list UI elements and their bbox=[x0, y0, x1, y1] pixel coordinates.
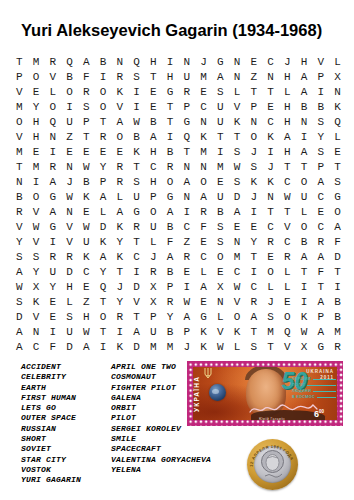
grid-letter: I bbox=[128, 99, 145, 114]
grid-letter: W bbox=[28, 220, 45, 235]
grid-letter: R bbox=[78, 84, 95, 99]
grid-letter: N bbox=[262, 189, 279, 204]
grid-letter: C bbox=[229, 265, 246, 280]
grid-letter: E bbox=[45, 295, 62, 310]
grid-letter: R bbox=[45, 159, 62, 174]
grid-letter: W bbox=[78, 325, 95, 340]
grid-letter: E bbox=[262, 99, 279, 114]
grid-letter: L bbox=[112, 189, 129, 204]
grid-letter: G bbox=[45, 189, 62, 204]
grid-letter: Y bbox=[28, 265, 45, 280]
grid-letter: T bbox=[262, 340, 279, 355]
grid-letter: O bbox=[95, 310, 112, 325]
grid-letter: F bbox=[45, 340, 62, 355]
grid-letter: Y bbox=[112, 235, 129, 250]
grid-letter: T bbox=[162, 114, 179, 129]
grid-letter: H bbox=[28, 114, 45, 129]
grid-letter: H bbox=[279, 114, 296, 129]
grid-letter: W bbox=[279, 189, 296, 204]
grid-letter: Q bbox=[128, 54, 145, 69]
grid-letter: R bbox=[45, 54, 62, 69]
grid-letter: R bbox=[128, 220, 145, 235]
grid-letter: N bbox=[179, 189, 196, 204]
grid-letter: L bbox=[195, 265, 212, 280]
grid-letter: K bbox=[112, 340, 129, 355]
grid-letter: K bbox=[229, 114, 246, 129]
grid-letter: I bbox=[95, 69, 112, 84]
grid-letter: M bbox=[195, 144, 212, 159]
grid-letter: E bbox=[195, 235, 212, 250]
grid-letter: S bbox=[212, 235, 229, 250]
grid-letter: L bbox=[45, 84, 62, 99]
grid-letter: D bbox=[128, 340, 145, 355]
grid-letter: K bbox=[95, 235, 112, 250]
grid-letter: O bbox=[296, 220, 313, 235]
grid-letter: J bbox=[195, 54, 212, 69]
grid-letter: C bbox=[262, 114, 279, 129]
grid-letter: T bbox=[313, 280, 330, 295]
grid-letter: V bbox=[279, 340, 296, 355]
grid-letter: Q bbox=[61, 54, 78, 69]
grid-letter: I bbox=[262, 144, 279, 159]
denomination-cents: 00 bbox=[319, 409, 324, 414]
grid-letter: X bbox=[296, 340, 313, 355]
grid-letter: P bbox=[246, 99, 263, 114]
grid-letter: S bbox=[11, 295, 28, 310]
grid-letter: E bbox=[45, 310, 62, 325]
grid-letter: M bbox=[11, 144, 28, 159]
grid-letter: A bbox=[179, 174, 196, 189]
grid-letter: C bbox=[195, 99, 212, 114]
grid-letter: E bbox=[28, 144, 45, 159]
grid-letter: U bbox=[128, 189, 145, 204]
grid-letter: C bbox=[246, 280, 263, 295]
grid-letter: I bbox=[296, 280, 313, 295]
grid-letter: I bbox=[112, 325, 129, 340]
grid-letter: A bbox=[313, 250, 330, 265]
grid-letter: M bbox=[28, 54, 45, 69]
grid-letter: A bbox=[313, 174, 330, 189]
grid-letter: V bbox=[61, 235, 78, 250]
grid-letter: D bbox=[95, 220, 112, 235]
grid-letter: H bbox=[78, 310, 95, 325]
grid-letter: I bbox=[212, 144, 229, 159]
grid-letter: L bbox=[279, 84, 296, 99]
grid-letter: U bbox=[61, 325, 78, 340]
grid-letter: I bbox=[162, 129, 179, 144]
grid-letter: O bbox=[162, 174, 179, 189]
page-title: Yuri Alekseyevich Gagarin (1934-1968) bbox=[21, 21, 351, 40]
grid-letter: M bbox=[145, 340, 162, 355]
grid-letter: S bbox=[229, 144, 246, 159]
grid-letter: C bbox=[195, 250, 212, 265]
grid-letter: G bbox=[162, 84, 179, 99]
grid-letter: K bbox=[28, 295, 45, 310]
grid-letter: S bbox=[128, 69, 145, 84]
grid-letter: Z bbox=[246, 69, 263, 84]
grid-letter: F bbox=[329, 235, 346, 250]
grid-letter: O bbox=[329, 204, 346, 219]
grid-letter: R bbox=[112, 310, 129, 325]
grid-letter: S bbox=[229, 174, 246, 189]
grid-letter: A bbox=[162, 250, 179, 265]
grid-letter: A bbox=[212, 69, 229, 84]
grid-letter: O bbox=[95, 84, 112, 99]
grid-letter: O bbox=[11, 114, 28, 129]
grid-letter: E bbox=[212, 265, 229, 280]
grid-letter: A bbox=[313, 295, 330, 310]
word-list-item: SHORT bbox=[21, 434, 81, 444]
grid-letter: R bbox=[112, 69, 129, 84]
grid-letter: U bbox=[212, 114, 229, 129]
grid-letter: C bbox=[262, 54, 279, 69]
grid-letter: R bbox=[162, 159, 179, 174]
grid-letter: S bbox=[313, 114, 330, 129]
grid-letter: N bbox=[246, 114, 263, 129]
grid-letter: K bbox=[78, 250, 95, 265]
word-list-item: VOSTOK bbox=[21, 465, 81, 475]
grid-letter: E bbox=[112, 144, 129, 159]
grid-letter: V bbox=[11, 129, 28, 144]
grid-letter: D bbox=[329, 250, 346, 265]
grid-letter: P bbox=[78, 114, 95, 129]
grid-letter: T bbox=[128, 310, 145, 325]
grid-letter: L bbox=[279, 265, 296, 280]
grid-letter: T bbox=[262, 204, 279, 219]
grid-letter: N bbox=[11, 174, 28, 189]
grid-letter: U bbox=[61, 114, 78, 129]
grid-letter: S bbox=[212, 220, 229, 235]
grid-letter: Y bbox=[112, 295, 129, 310]
grid-letter: O bbox=[112, 129, 129, 144]
grid-letter: O bbox=[262, 265, 279, 280]
grid-letter: A bbox=[313, 325, 330, 340]
grid-letter: L bbox=[296, 204, 313, 219]
grid-letter: T bbox=[112, 265, 129, 280]
grid-letter: T bbox=[11, 54, 28, 69]
grid-letter: T bbox=[212, 129, 229, 144]
grid-letter: M bbox=[195, 69, 212, 84]
grid-letter: M bbox=[162, 340, 179, 355]
grid-letter: K bbox=[112, 220, 129, 235]
grid-letter: I bbox=[162, 54, 179, 69]
grid-letter: X bbox=[28, 280, 45, 295]
grid-letter: S bbox=[246, 340, 263, 355]
grid-letter: N bbox=[45, 129, 62, 144]
earth-globe-icon bbox=[209, 384, 226, 401]
grid-letter: J bbox=[279, 54, 296, 69]
grid-letter: T bbox=[179, 144, 196, 159]
grid-letter: S bbox=[212, 84, 229, 99]
grid-letter: N bbox=[61, 159, 78, 174]
grid-letter: G bbox=[313, 340, 330, 355]
grid-letter: T bbox=[329, 265, 346, 280]
grid-letter: N bbox=[61, 204, 78, 219]
grid-letter: V bbox=[28, 204, 45, 219]
grid-letter: J bbox=[246, 189, 263, 204]
grid-letter: E bbox=[229, 220, 246, 235]
grid-letter: F bbox=[162, 235, 179, 250]
grid-letter: Y bbox=[313, 129, 330, 144]
grid-letter: E bbox=[78, 280, 95, 295]
stamp-denomination: 600 bbox=[314, 409, 324, 419]
grid-letter: L bbox=[145, 235, 162, 250]
grid-letter: R bbox=[162, 295, 179, 310]
grid-letter: W bbox=[128, 114, 145, 129]
grid-letter: M bbox=[229, 250, 246, 265]
grid-letter: R bbox=[61, 250, 78, 265]
grid-letter: A bbox=[45, 174, 62, 189]
grid-letter: R bbox=[313, 235, 330, 250]
grid-letter: A bbox=[78, 340, 95, 355]
grid-letter: H bbox=[279, 144, 296, 159]
grid-letter: O bbox=[212, 250, 229, 265]
grid-letter: P bbox=[95, 174, 112, 189]
grid-letter: Q bbox=[329, 114, 346, 129]
grid-letter: Y bbox=[246, 235, 263, 250]
grid-letter: A bbox=[11, 340, 28, 355]
grid-letter: I bbox=[128, 84, 145, 99]
grid-letter: W bbox=[78, 159, 95, 174]
word-list-item: CELEBRITY bbox=[21, 372, 81, 382]
grid-letter: W bbox=[212, 340, 229, 355]
grid-letter: Y bbox=[11, 235, 28, 250]
grid-letter: C bbox=[262, 220, 279, 235]
grid-letter: A bbox=[195, 280, 212, 295]
grid-letter: B bbox=[329, 310, 346, 325]
grid-letter: T bbox=[246, 250, 263, 265]
grid-letter: U bbox=[296, 189, 313, 204]
grid-letter: I bbox=[179, 280, 196, 295]
grid-letter: A bbox=[296, 69, 313, 84]
grid-letter: O bbox=[229, 310, 246, 325]
word-grid: TMRQABNQHINJGNECJHVLPOVBFIRSTHUMANZNHAPX… bbox=[11, 54, 346, 355]
grid-letter: H bbox=[28, 129, 45, 144]
grid-letter: K bbox=[195, 129, 212, 144]
grid-letter: R bbox=[329, 340, 346, 355]
grid-letter: E bbox=[28, 84, 45, 99]
grid-letter: H bbox=[145, 174, 162, 189]
grid-letter: W bbox=[179, 295, 196, 310]
grid-letter: U bbox=[179, 69, 196, 84]
grid-letter: A bbox=[229, 204, 246, 219]
grid-letter: B bbox=[145, 114, 162, 129]
grid-letter: Y bbox=[28, 99, 45, 114]
grid-letter: A bbox=[11, 325, 28, 340]
grid-letter: P bbox=[313, 69, 330, 84]
grid-letter: T bbox=[162, 99, 179, 114]
grid-letter: I bbox=[296, 295, 313, 310]
grid-letter: A bbox=[195, 189, 212, 204]
grid-letter: O bbox=[28, 189, 45, 204]
grid-letter: G bbox=[195, 310, 212, 325]
grid-letter: V bbox=[229, 99, 246, 114]
grid-letter: W bbox=[78, 220, 95, 235]
grid-letter: S bbox=[262, 310, 279, 325]
grid-letter: I bbox=[45, 235, 62, 250]
grid-letter: L bbox=[329, 129, 346, 144]
grid-letter: V bbox=[212, 325, 229, 340]
grid-letter: R bbox=[112, 159, 129, 174]
grid-letter: R bbox=[246, 295, 263, 310]
grid-letter: C bbox=[279, 235, 296, 250]
grid-letter: Y bbox=[45, 280, 62, 295]
grid-letter: T bbox=[246, 325, 263, 340]
worksheet-page: { "game": "word-search", "title": "Yuri … bbox=[0, 0, 354, 500]
grid-letter: V bbox=[11, 220, 28, 235]
grid-letter: Q bbox=[95, 280, 112, 295]
grid-letter: A bbox=[329, 220, 346, 235]
coin-inscription: 12 АПРЕЛЯ 1961 ГОДА bbox=[247, 439, 298, 490]
grid-letter: B bbox=[212, 204, 229, 219]
word-list-item: RUSSIAN bbox=[21, 424, 81, 434]
grid-letter: O bbox=[95, 99, 112, 114]
grid-letter: A bbox=[296, 250, 313, 265]
grid-letter: R bbox=[279, 250, 296, 265]
grid-letter: V bbox=[61, 220, 78, 235]
grid-letter: J bbox=[246, 144, 263, 159]
grid-letter: J bbox=[262, 295, 279, 310]
grid-letter: E bbox=[179, 265, 196, 280]
grid-letter: S bbox=[329, 174, 346, 189]
grid-letter: Z bbox=[78, 295, 95, 310]
stamp-name-caption: Юрій Гагарін bbox=[259, 417, 285, 420]
grid-letter: K bbox=[195, 340, 212, 355]
gagarin-coin: 12 АПРЕЛЯ 1961 ГОДА bbox=[247, 439, 298, 490]
grid-letter: O bbox=[28, 69, 45, 84]
grid-letter: E bbox=[78, 144, 95, 159]
grid-letter: E bbox=[329, 144, 346, 159]
grid-letter: V bbox=[229, 295, 246, 310]
grid-letter: A bbox=[246, 310, 263, 325]
grid-letter: K bbox=[112, 84, 129, 99]
grid-letter: T bbox=[11, 159, 28, 174]
grid-letter: F bbox=[195, 220, 212, 235]
grid-letter: H bbox=[61, 280, 78, 295]
grid-letter: N bbox=[229, 235, 246, 250]
grid-letter: R bbox=[195, 204, 212, 219]
grid-letter: O bbox=[195, 174, 212, 189]
grid-letter: Q bbox=[45, 114, 62, 129]
grid-letter: U bbox=[212, 189, 229, 204]
grid-letter: S bbox=[128, 174, 145, 189]
word-list-item: FIRST HUMAN bbox=[21, 393, 81, 403]
grid-letter: R bbox=[112, 174, 129, 189]
grid-letter: B bbox=[162, 325, 179, 340]
grid-letter: N bbox=[329, 84, 346, 99]
grid-letter: U bbox=[78, 235, 95, 250]
grid-letter: D bbox=[61, 340, 78, 355]
grid-letter: K bbox=[112, 250, 129, 265]
grid-letter: A bbox=[78, 54, 95, 69]
grid-letter: N bbox=[28, 325, 45, 340]
word-list-item: SOVIET bbox=[21, 444, 81, 454]
grid-letter: B bbox=[78, 174, 95, 189]
grid-letter: E bbox=[246, 54, 263, 69]
stamp-country-label: UKRAINA bbox=[306, 369, 334, 375]
grid-letter: G bbox=[162, 189, 179, 204]
grid-letter: T bbox=[128, 159, 145, 174]
grid-letter: N bbox=[212, 295, 229, 310]
grid-letter: E bbox=[145, 84, 162, 99]
grid-letter: N bbox=[262, 69, 279, 84]
grid-letter: T bbox=[329, 159, 346, 174]
grid-letter: V bbox=[279, 220, 296, 235]
word-list-item: STAR CITY bbox=[21, 455, 81, 465]
grid-letter: A bbox=[162, 204, 179, 219]
grid-letter: Y bbox=[162, 310, 179, 325]
grid-letter: Y bbox=[95, 265, 112, 280]
grid-letter: A bbox=[296, 144, 313, 159]
grid-letter: G bbox=[45, 220, 62, 235]
grid-letter: I bbox=[329, 280, 346, 295]
grid-letter: A bbox=[279, 129, 296, 144]
grid-letter: P bbox=[313, 310, 330, 325]
grid-letter: H bbox=[279, 69, 296, 84]
trident-icon bbox=[204, 368, 212, 378]
grid-letter: W bbox=[229, 159, 246, 174]
grid-letter: B bbox=[162, 144, 179, 159]
grid-letter: T bbox=[78, 129, 95, 144]
grid-letter: E bbox=[195, 295, 212, 310]
grid-letter: M bbox=[329, 325, 346, 340]
word-list-item: YELENA bbox=[111, 465, 211, 475]
grid-letter: V bbox=[28, 235, 45, 250]
grid-letter: N bbox=[229, 69, 246, 84]
grid-letter: C bbox=[78, 265, 95, 280]
grid-letter: V bbox=[128, 295, 145, 310]
grid-letter: Z bbox=[179, 235, 196, 250]
grid-letter: T bbox=[128, 235, 145, 250]
word-list-left: ACCIDENTCELEBRITYEARTHFIRST HUMANLETS GO… bbox=[21, 362, 81, 486]
grid-letter: J bbox=[262, 159, 279, 174]
grid-letter: A bbox=[112, 204, 129, 219]
svg-text:12 АПРЕЛЯ 1961 ГОДА: 12 АПРЕЛЯ 1961 ГОДА bbox=[249, 444, 295, 467]
grid-letter: K bbox=[329, 99, 346, 114]
grid-letter: C bbox=[279, 174, 296, 189]
grid-letter: C bbox=[128, 250, 145, 265]
grid-letter: F bbox=[313, 265, 330, 280]
word-list-item: SPACECRAFT bbox=[111, 444, 211, 454]
grid-letter: S bbox=[61, 310, 78, 325]
grid-letter: B bbox=[162, 220, 179, 235]
grid-letter: A bbox=[45, 204, 62, 219]
grid-letter: R bbox=[145, 265, 162, 280]
grid-letter: T bbox=[279, 159, 296, 174]
grid-letter: I bbox=[45, 144, 62, 159]
grid-letter: T bbox=[296, 265, 313, 280]
grid-letter: M bbox=[11, 99, 28, 114]
grid-letter: C bbox=[313, 220, 330, 235]
grid-letter: K bbox=[128, 144, 145, 159]
grid-letter: V bbox=[313, 54, 330, 69]
word-list-item: OUTER SPACE bbox=[21, 413, 81, 423]
grid-letter: N bbox=[112, 54, 129, 69]
grid-letter: K bbox=[229, 325, 246, 340]
grid-letter: K bbox=[78, 189, 95, 204]
grid-letter: R bbox=[11, 204, 28, 219]
grid-letter: H bbox=[145, 54, 162, 69]
grid-letter: X bbox=[212, 280, 229, 295]
grid-letter: H bbox=[162, 69, 179, 84]
grid-letter: Y bbox=[95, 159, 112, 174]
grid-letter: V bbox=[11, 84, 28, 99]
grid-letter: O bbox=[145, 204, 162, 219]
grid-letter: A bbox=[11, 265, 28, 280]
grid-letter: E bbox=[195, 84, 212, 99]
grid-letter: L bbox=[212, 310, 229, 325]
grid-letter: K bbox=[296, 310, 313, 325]
